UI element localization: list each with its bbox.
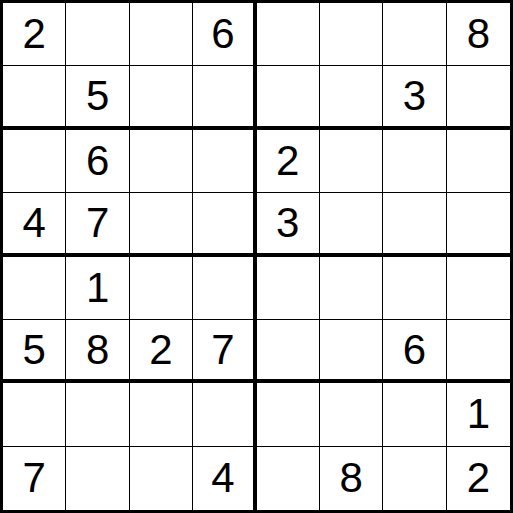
cell-r3c1[interactable] <box>3 130 66 193</box>
cell-r8c2[interactable] <box>66 447 129 510</box>
cell-r2c5[interactable] <box>257 66 320 129</box>
cell-r7c2[interactable] <box>66 383 129 446</box>
cell-r5c3[interactable] <box>130 257 193 320</box>
sudoku-board: 268536247315827617482 <box>0 0 513 513</box>
cell-r5c2[interactable]: 1 <box>66 257 129 320</box>
cell-r5c4[interactable] <box>193 257 256 320</box>
cell-r6c2[interactable]: 8 <box>66 320 129 383</box>
cell-r6c8[interactable] <box>447 320 510 383</box>
cell-r3c6[interactable] <box>320 130 383 193</box>
cell-r8c8[interactable]: 2 <box>447 447 510 510</box>
cell-r7c3[interactable] <box>130 383 193 446</box>
cell-r8c4[interactable]: 4 <box>193 447 256 510</box>
cell-r6c4[interactable]: 7 <box>193 320 256 383</box>
sudoku-puzzle: 268536247315827617482 <box>0 0 513 513</box>
cell-r2c7[interactable]: 3 <box>383 66 446 129</box>
cell-r5c5[interactable] <box>257 257 320 320</box>
cell-r1c7[interactable] <box>383 3 446 66</box>
cell-r1c1[interactable]: 2 <box>3 3 66 66</box>
cell-r7c8[interactable]: 1 <box>447 383 510 446</box>
cell-r8c1[interactable]: 7 <box>3 447 66 510</box>
cell-r1c3[interactable] <box>130 3 193 66</box>
cell-r1c6[interactable] <box>320 3 383 66</box>
cell-r1c5[interactable] <box>257 3 320 66</box>
cell-r2c4[interactable] <box>193 66 256 129</box>
cell-r4c2[interactable]: 7 <box>66 193 129 256</box>
cell-r3c5[interactable]: 2 <box>257 130 320 193</box>
cell-r7c1[interactable] <box>3 383 66 446</box>
cell-r4c1[interactable]: 4 <box>3 193 66 256</box>
cell-r7c5[interactable] <box>257 383 320 446</box>
cell-r7c4[interactable] <box>193 383 256 446</box>
cell-r1c4[interactable]: 6 <box>193 3 256 66</box>
cell-r6c1[interactable]: 5 <box>3 320 66 383</box>
cell-r6c5[interactable] <box>257 320 320 383</box>
cell-r5c1[interactable] <box>3 257 66 320</box>
cell-r1c2[interactable] <box>66 3 129 66</box>
cell-r4c3[interactable] <box>130 193 193 256</box>
cell-r3c8[interactable] <box>447 130 510 193</box>
cell-r2c8[interactable] <box>447 66 510 129</box>
cell-r4c5[interactable]: 3 <box>257 193 320 256</box>
cell-r7c6[interactable] <box>320 383 383 446</box>
cell-r4c4[interactable] <box>193 193 256 256</box>
cell-r6c3[interactable]: 2 <box>130 320 193 383</box>
cell-r7c7[interactable] <box>383 383 446 446</box>
cell-r4c6[interactable] <box>320 193 383 256</box>
cell-r6c7[interactable]: 6 <box>383 320 446 383</box>
cell-r2c1[interactable] <box>3 66 66 129</box>
cell-r3c7[interactable] <box>383 130 446 193</box>
cell-r5c7[interactable] <box>383 257 446 320</box>
cell-r2c6[interactable] <box>320 66 383 129</box>
cell-r4c8[interactable] <box>447 193 510 256</box>
cell-r3c4[interactable] <box>193 130 256 193</box>
cell-r4c7[interactable] <box>383 193 446 256</box>
cell-r8c7[interactable] <box>383 447 446 510</box>
cell-r8c6[interactable]: 8 <box>320 447 383 510</box>
cell-r2c3[interactable] <box>130 66 193 129</box>
cell-r8c5[interactable] <box>257 447 320 510</box>
cell-r3c2[interactable]: 6 <box>66 130 129 193</box>
cell-r5c6[interactable] <box>320 257 383 320</box>
cell-r5c8[interactable] <box>447 257 510 320</box>
cell-r3c3[interactable] <box>130 130 193 193</box>
cell-r2c2[interactable]: 5 <box>66 66 129 129</box>
cell-r8c3[interactable] <box>130 447 193 510</box>
cell-r6c6[interactable] <box>320 320 383 383</box>
cell-r1c8[interactable]: 8 <box>447 3 510 66</box>
